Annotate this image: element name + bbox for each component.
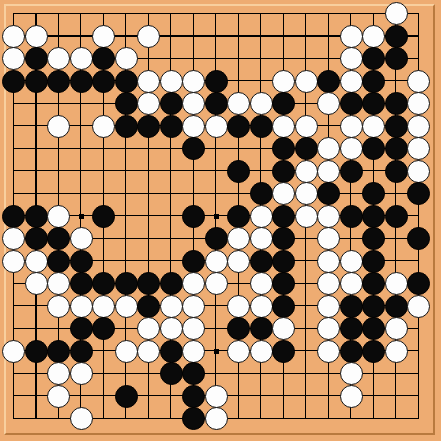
white-stone[interactable] [227, 340, 250, 363]
white-stone[interactable] [407, 137, 430, 160]
white-stone[interactable] [25, 250, 48, 273]
black-stone[interactable] [272, 272, 295, 295]
star-point [214, 214, 219, 219]
black-stone[interactable] [160, 340, 183, 363]
black-stone[interactable] [362, 317, 385, 340]
white-stone[interactable] [250, 205, 273, 228]
white-stone[interactable] [2, 227, 25, 250]
black-stone[interactable] [137, 295, 160, 318]
black-stone[interactable] [182, 205, 205, 228]
black-stone[interactable] [340, 205, 363, 228]
black-stone[interactable] [160, 92, 183, 115]
black-stone[interactable] [70, 70, 93, 93]
black-stone[interactable] [115, 92, 138, 115]
white-stone[interactable] [385, 272, 408, 295]
white-stone[interactable] [47, 385, 70, 408]
white-stone[interactable] [137, 70, 160, 93]
white-stone[interactable] [340, 47, 363, 70]
black-stone[interactable] [385, 137, 408, 160]
black-stone[interactable] [47, 227, 70, 250]
black-stone[interactable] [205, 70, 228, 93]
white-stone[interactable] [47, 115, 70, 138]
white-stone[interactable] [295, 205, 318, 228]
black-stone[interactable] [137, 115, 160, 138]
white-stone[interactable] [295, 70, 318, 93]
star-point [79, 214, 84, 219]
white-stone[interactable] [92, 295, 115, 318]
white-stone[interactable] [92, 25, 115, 48]
white-stone[interactable] [25, 272, 48, 295]
black-stone[interactable] [227, 160, 250, 183]
white-stone[interactable] [137, 340, 160, 363]
white-stone[interactable] [362, 25, 385, 48]
black-stone[interactable] [385, 205, 408, 228]
white-stone[interactable] [227, 295, 250, 318]
white-stone[interactable] [340, 115, 363, 138]
black-stone[interactable] [362, 70, 385, 93]
black-stone[interactable] [407, 272, 430, 295]
white-stone[interactable] [70, 362, 93, 385]
black-stone[interactable] [272, 250, 295, 273]
white-stone[interactable] [272, 115, 295, 138]
black-stone[interactable] [362, 295, 385, 318]
white-stone[interactable] [295, 115, 318, 138]
white-stone[interactable] [250, 272, 273, 295]
white-stone[interactable] [182, 70, 205, 93]
white-stone[interactable] [137, 25, 160, 48]
black-stone[interactable] [227, 317, 250, 340]
black-stone[interactable] [272, 137, 295, 160]
black-stone[interactable] [160, 115, 183, 138]
white-stone[interactable] [362, 115, 385, 138]
black-stone[interactable] [340, 295, 363, 318]
black-stone[interactable] [362, 92, 385, 115]
black-stone[interactable] [137, 272, 160, 295]
black-stone[interactable] [340, 92, 363, 115]
white-stone[interactable] [115, 47, 138, 70]
white-stone[interactable] [385, 2, 408, 25]
white-stone[interactable] [47, 295, 70, 318]
black-stone[interactable] [385, 25, 408, 48]
black-stone[interactable] [407, 227, 430, 250]
white-stone[interactable] [205, 115, 228, 138]
black-stone[interactable] [385, 115, 408, 138]
black-stone[interactable] [182, 137, 205, 160]
black-stone[interactable] [227, 115, 250, 138]
black-stone[interactable] [272, 92, 295, 115]
black-stone[interactable] [92, 272, 115, 295]
black-stone[interactable] [295, 137, 318, 160]
black-stone[interactable] [115, 385, 138, 408]
black-stone[interactable] [362, 272, 385, 295]
black-stone[interactable] [205, 92, 228, 115]
black-stone[interactable] [115, 70, 138, 93]
white-stone[interactable] [205, 407, 228, 430]
black-stone[interactable] [340, 340, 363, 363]
white-stone[interactable] [205, 250, 228, 273]
black-stone[interactable] [205, 227, 228, 250]
black-stone[interactable] [317, 182, 340, 205]
white-stone[interactable] [340, 385, 363, 408]
white-stone[interactable] [340, 70, 363, 93]
black-stone[interactable] [272, 205, 295, 228]
black-stone[interactable] [47, 250, 70, 273]
black-stone[interactable] [25, 227, 48, 250]
black-stone[interactable] [362, 227, 385, 250]
black-stone[interactable] [272, 160, 295, 183]
black-stone[interactable] [115, 272, 138, 295]
black-stone[interactable] [182, 407, 205, 430]
white-stone[interactable] [250, 92, 273, 115]
black-stone[interactable] [272, 295, 295, 318]
black-stone[interactable] [362, 205, 385, 228]
white-stone[interactable] [182, 317, 205, 340]
white-stone[interactable] [47, 272, 70, 295]
white-stone[interactable] [317, 250, 340, 273]
white-stone[interactable] [2, 25, 25, 48]
white-stone[interactable] [340, 362, 363, 385]
white-stone[interactable] [115, 340, 138, 363]
black-stone[interactable] [160, 362, 183, 385]
black-stone[interactable] [250, 115, 273, 138]
black-stone[interactable] [317, 70, 340, 93]
black-stone[interactable] [160, 272, 183, 295]
black-stone[interactable] [25, 70, 48, 93]
white-stone[interactable] [92, 115, 115, 138]
black-stone[interactable] [272, 340, 295, 363]
black-stone[interactable] [182, 385, 205, 408]
white-stone[interactable] [2, 250, 25, 273]
black-stone[interactable] [70, 250, 93, 273]
black-stone[interactable] [362, 47, 385, 70]
white-stone[interactable] [317, 160, 340, 183]
black-stone[interactable] [25, 47, 48, 70]
black-stone[interactable] [25, 205, 48, 228]
white-stone[interactable] [70, 407, 93, 430]
white-stone[interactable] [385, 317, 408, 340]
black-stone[interactable] [70, 317, 93, 340]
white-stone[interactable] [272, 70, 295, 93]
white-stone[interactable] [317, 272, 340, 295]
white-stone[interactable] [317, 295, 340, 318]
white-stone[interactable] [160, 317, 183, 340]
white-stone[interactable] [182, 295, 205, 318]
black-stone[interactable] [92, 70, 115, 93]
black-stone[interactable] [92, 317, 115, 340]
black-stone[interactable] [340, 317, 363, 340]
black-stone[interactable] [227, 205, 250, 228]
white-stone[interactable] [227, 250, 250, 273]
white-stone[interactable] [250, 227, 273, 250]
white-stone[interactable] [317, 340, 340, 363]
white-stone[interactable] [160, 295, 183, 318]
black-stone[interactable] [385, 295, 408, 318]
white-stone[interactable] [205, 385, 228, 408]
white-stone[interactable] [407, 92, 430, 115]
white-stone[interactable] [137, 92, 160, 115]
black-stone[interactable] [250, 317, 273, 340]
black-stone[interactable] [272, 227, 295, 250]
white-stone[interactable] [272, 317, 295, 340]
white-stone[interactable] [182, 92, 205, 115]
white-stone[interactable] [47, 47, 70, 70]
white-stone[interactable] [317, 92, 340, 115]
white-stone[interactable] [407, 160, 430, 183]
white-stone[interactable] [227, 92, 250, 115]
black-stone[interactable] [362, 340, 385, 363]
white-stone[interactable] [47, 362, 70, 385]
white-stone[interactable] [2, 340, 25, 363]
black-stone[interactable] [92, 47, 115, 70]
white-stone[interactable] [407, 115, 430, 138]
black-stone[interactable] [115, 115, 138, 138]
black-stone[interactable] [182, 250, 205, 273]
black-stone[interactable] [92, 205, 115, 228]
white-stone[interactable] [2, 47, 25, 70]
white-stone[interactable] [317, 205, 340, 228]
white-stone[interactable] [250, 295, 273, 318]
white-stone[interactable] [407, 295, 430, 318]
white-stone[interactable] [317, 317, 340, 340]
black-stone[interactable] [250, 182, 273, 205]
star-point [214, 349, 219, 354]
white-stone[interactable] [137, 317, 160, 340]
black-stone[interactable] [362, 137, 385, 160]
white-stone[interactable] [340, 250, 363, 273]
white-stone[interactable] [295, 160, 318, 183]
white-stone[interactable] [317, 227, 340, 250]
white-stone[interactable] [25, 25, 48, 48]
white-stone[interactable] [182, 340, 205, 363]
white-stone[interactable] [250, 340, 273, 363]
black-stone[interactable] [2, 70, 25, 93]
white-stone[interactable] [70, 295, 93, 318]
go-board[interactable] [0, 0, 441, 441]
white-stone[interactable] [227, 227, 250, 250]
white-stone[interactable] [295, 182, 318, 205]
white-stone[interactable] [317, 137, 340, 160]
black-stone[interactable] [70, 272, 93, 295]
black-stone[interactable] [70, 340, 93, 363]
white-stone[interactable] [272, 182, 295, 205]
black-stone[interactable] [25, 340, 48, 363]
black-stone[interactable] [2, 205, 25, 228]
white-stone[interactable] [47, 205, 70, 228]
white-stone[interactable] [182, 272, 205, 295]
black-stone[interactable] [47, 340, 70, 363]
white-stone[interactable] [70, 227, 93, 250]
white-stone[interactable] [205, 272, 228, 295]
black-stone[interactable] [407, 182, 430, 205]
white-stone[interactable] [70, 47, 93, 70]
white-stone[interactable] [340, 272, 363, 295]
white-stone[interactable] [115, 295, 138, 318]
black-stone[interactable] [362, 182, 385, 205]
black-stone[interactable] [47, 70, 70, 93]
white-stone[interactable] [160, 70, 183, 93]
black-stone[interactable] [182, 362, 205, 385]
white-stone[interactable] [182, 115, 205, 138]
white-stone[interactable] [385, 340, 408, 363]
black-stone[interactable] [385, 160, 408, 183]
black-stone[interactable] [340, 160, 363, 183]
white-stone[interactable] [407, 70, 430, 93]
white-stone[interactable] [340, 25, 363, 48]
black-stone[interactable] [250, 250, 273, 273]
black-stone[interactable] [385, 47, 408, 70]
black-stone[interactable] [385, 92, 408, 115]
white-stone[interactable] [340, 137, 363, 160]
black-stone[interactable] [362, 250, 385, 273]
